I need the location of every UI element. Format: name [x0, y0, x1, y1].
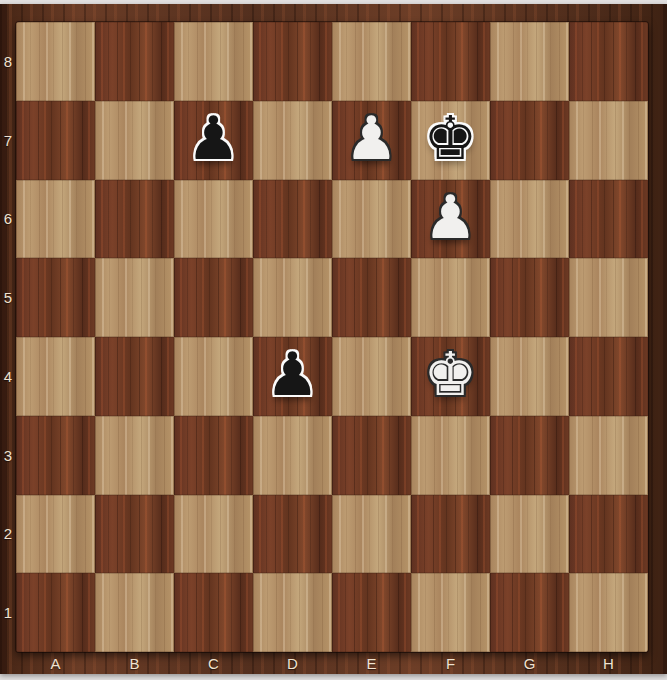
square-b4[interactable]	[95, 337, 174, 416]
square-a2[interactable]	[16, 495, 95, 574]
square-f1[interactable]	[411, 573, 490, 652]
file-label-g: G	[490, 652, 569, 674]
square-h5[interactable]	[569, 258, 648, 337]
square-e4[interactable]	[332, 337, 411, 416]
square-h3[interactable]	[569, 416, 648, 495]
square-g8[interactable]	[490, 22, 569, 101]
square-e7[interactable]: ♟	[332, 101, 411, 180]
square-h8[interactable]	[569, 22, 648, 101]
white-king[interactable]: ♚	[424, 344, 478, 404]
square-f6[interactable]: ♟	[411, 180, 490, 259]
square-a5[interactable]	[16, 258, 95, 337]
square-a4[interactable]	[16, 337, 95, 416]
square-h7[interactable]	[569, 101, 648, 180]
rank-label-8: 8	[0, 22, 16, 101]
square-d8[interactable]	[253, 22, 332, 101]
file-label-h: H	[569, 652, 648, 674]
square-g2[interactable]	[490, 495, 569, 574]
square-c4[interactable]	[174, 337, 253, 416]
board-frame-right-edge	[660, 4, 667, 674]
square-f8[interactable]	[411, 22, 490, 101]
square-h1[interactable]	[569, 573, 648, 652]
board-grid: ♟♟♚♟♟♚	[16, 22, 648, 652]
square-b6[interactable]	[95, 180, 174, 259]
square-b7[interactable]	[95, 101, 174, 180]
square-a6[interactable]	[16, 180, 95, 259]
white-pawn[interactable]: ♟	[345, 108, 399, 168]
square-g6[interactable]	[490, 180, 569, 259]
square-f3[interactable]	[411, 416, 490, 495]
square-g3[interactable]	[490, 416, 569, 495]
square-g4[interactable]	[490, 337, 569, 416]
square-f7[interactable]: ♚	[411, 101, 490, 180]
square-f2[interactable]	[411, 495, 490, 574]
rank-label-7: 7	[0, 101, 16, 180]
square-d2[interactable]	[253, 495, 332, 574]
rank-label-1: 1	[0, 573, 16, 652]
rank-label-4: 4	[0, 337, 16, 416]
rank-label-2: 2	[0, 495, 16, 574]
square-d1[interactable]	[253, 573, 332, 652]
file-label-e: E	[332, 652, 411, 674]
square-h6[interactable]	[569, 180, 648, 259]
square-d7[interactable]	[253, 101, 332, 180]
square-d5[interactable]	[253, 258, 332, 337]
file-label-d: D	[253, 652, 332, 674]
chess-board: ♟♟♚♟♟♚ 87654321 ABCDEFGH	[0, 4, 667, 674]
square-a3[interactable]	[16, 416, 95, 495]
square-c1[interactable]	[174, 573, 253, 652]
file-labels: ABCDEFGH	[16, 652, 648, 674]
square-c6[interactable]	[174, 180, 253, 259]
square-c8[interactable]	[174, 22, 253, 101]
file-label-f: F	[411, 652, 490, 674]
black-pawn[interactable]: ♟	[266, 344, 320, 404]
square-g1[interactable]	[490, 573, 569, 652]
square-d6[interactable]	[253, 180, 332, 259]
square-e5[interactable]	[332, 258, 411, 337]
rank-label-5: 5	[0, 258, 16, 337]
square-b5[interactable]	[95, 258, 174, 337]
file-label-b: B	[95, 652, 174, 674]
square-e8[interactable]	[332, 22, 411, 101]
file-label-a: A	[16, 652, 95, 674]
square-a8[interactable]	[16, 22, 95, 101]
rank-label-6: 6	[0, 180, 16, 259]
square-e3[interactable]	[332, 416, 411, 495]
white-pawn[interactable]: ♟	[424, 187, 478, 247]
square-h4[interactable]	[569, 337, 648, 416]
square-c7[interactable]: ♟	[174, 101, 253, 180]
square-b8[interactable]	[95, 22, 174, 101]
square-e6[interactable]	[332, 180, 411, 259]
square-f4[interactable]: ♚	[411, 337, 490, 416]
rank-label-3: 3	[0, 416, 16, 495]
black-king[interactable]: ♚	[424, 108, 478, 168]
square-c2[interactable]	[174, 495, 253, 574]
square-c3[interactable]	[174, 416, 253, 495]
square-c5[interactable]	[174, 258, 253, 337]
square-d4[interactable]: ♟	[253, 337, 332, 416]
square-h2[interactable]	[569, 495, 648, 574]
square-b2[interactable]	[95, 495, 174, 574]
square-g7[interactable]	[490, 101, 569, 180]
square-e1[interactable]	[332, 573, 411, 652]
square-b3[interactable]	[95, 416, 174, 495]
square-b1[interactable]	[95, 573, 174, 652]
file-label-c: C	[174, 652, 253, 674]
square-f5[interactable]	[411, 258, 490, 337]
black-pawn[interactable]: ♟	[187, 108, 241, 168]
square-a7[interactable]	[16, 101, 95, 180]
rank-labels: 87654321	[0, 22, 16, 652]
square-g5[interactable]	[490, 258, 569, 337]
square-e2[interactable]	[332, 495, 411, 574]
square-a1[interactable]	[16, 573, 95, 652]
square-d3[interactable]	[253, 416, 332, 495]
